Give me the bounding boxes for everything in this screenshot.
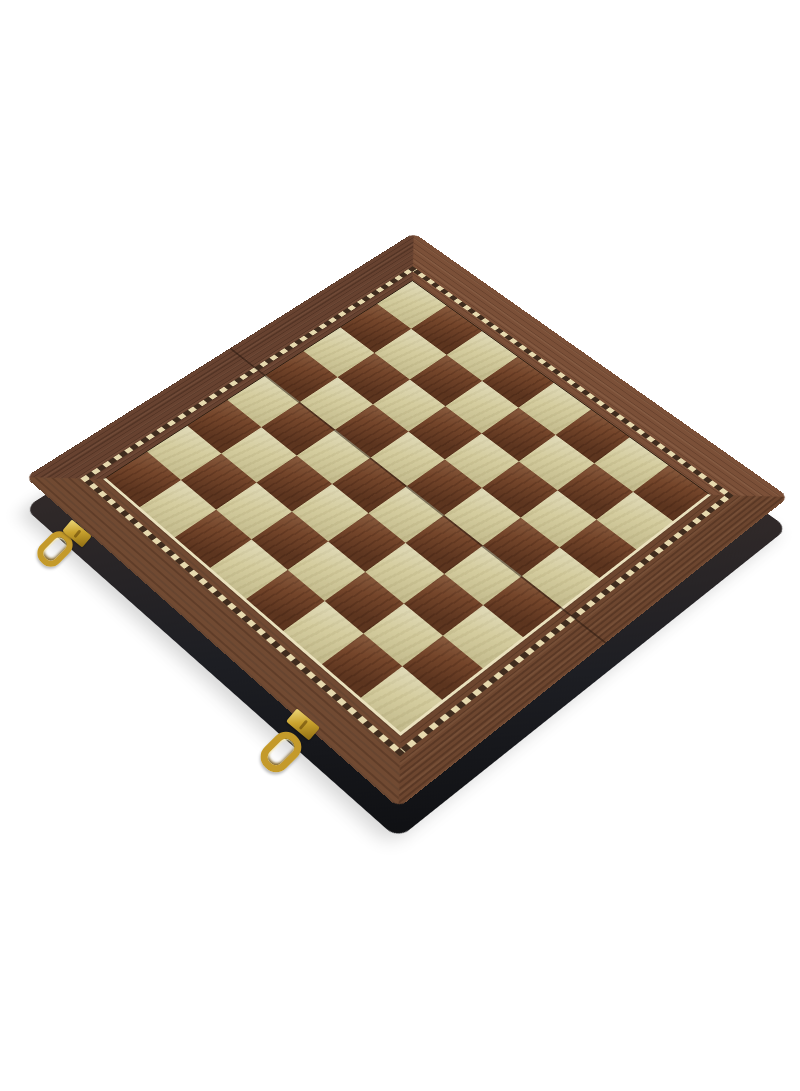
playing-field: [103, 280, 711, 736]
chess-board: [25, 233, 788, 808]
squares-grid: [106, 281, 708, 732]
product-photo: [0, 0, 800, 1091]
